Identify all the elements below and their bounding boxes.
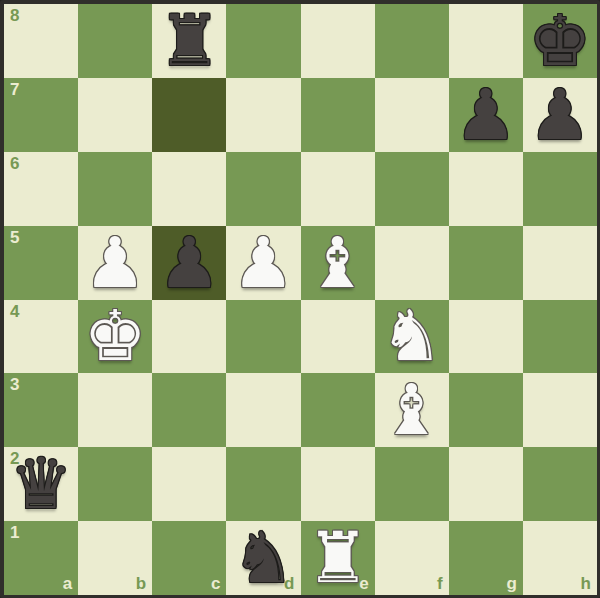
square-a3[interactable]: 3 <box>4 373 78 447</box>
square-d8[interactable] <box>226 4 300 78</box>
square-h1[interactable]: h <box>523 521 597 595</box>
square-g3[interactable] <box>449 373 523 447</box>
square-c1[interactable]: c <box>152 521 226 595</box>
file-label-b: b <box>136 575 146 592</box>
piece-black-pawn[interactable]: ♟ <box>152 226 226 300</box>
square-a8[interactable]: 8 <box>4 4 78 78</box>
file-label-f: f <box>437 575 443 592</box>
square-f8[interactable] <box>375 4 449 78</box>
piece-black-rook[interactable]: ♜ <box>152 4 226 78</box>
square-d4[interactable] <box>226 300 300 374</box>
square-g6[interactable] <box>449 152 523 226</box>
piece-white-bishop[interactable]: ♝ <box>301 226 375 300</box>
piece-white-pawn[interactable]: ♟ <box>78 226 152 300</box>
square-h4[interactable] <box>523 300 597 374</box>
rank-label-5: 5 <box>10 229 19 246</box>
square-f4[interactable]: ♞ <box>375 300 449 374</box>
square-f6[interactable] <box>375 152 449 226</box>
square-h5[interactable] <box>523 226 597 300</box>
rank-label-7: 7 <box>10 81 19 98</box>
square-c4[interactable] <box>152 300 226 374</box>
square-b4[interactable]: ♚ <box>78 300 152 374</box>
piece-white-king[interactable]: ♚ <box>78 300 152 374</box>
square-g1[interactable]: g <box>449 521 523 595</box>
square-b8[interactable] <box>78 4 152 78</box>
piece-black-pawn[interactable]: ♟ <box>449 78 523 152</box>
square-b6[interactable] <box>78 152 152 226</box>
square-f5[interactable] <box>375 226 449 300</box>
file-label-c: c <box>211 575 220 592</box>
file-label-h: h <box>581 575 591 592</box>
square-d3[interactable] <box>226 373 300 447</box>
square-d2[interactable] <box>226 447 300 521</box>
square-e8[interactable] <box>301 4 375 78</box>
square-b5[interactable]: ♟ <box>78 226 152 300</box>
square-a6[interactable]: 6 <box>4 152 78 226</box>
square-c6[interactable] <box>152 152 226 226</box>
square-a4[interactable]: 4 <box>4 300 78 374</box>
chess-board: 8♜♚7♟♟65♟♟♟♝4♚♞3♝2♛1abcd♞e♜fgh <box>4 4 597 595</box>
square-f1[interactable]: f <box>375 521 449 595</box>
square-c2[interactable] <box>152 447 226 521</box>
square-g7[interactable]: ♟ <box>449 78 523 152</box>
square-e2[interactable] <box>301 447 375 521</box>
square-c7[interactable] <box>152 78 226 152</box>
square-h2[interactable] <box>523 447 597 521</box>
square-e1[interactable]: e♜ <box>301 521 375 595</box>
chess-app-window: 8♜♚7♟♟65♟♟♟♝4♚♞3♝2♛1abcd♞e♜fgh <box>0 0 600 598</box>
square-h7[interactable]: ♟ <box>523 78 597 152</box>
square-a7[interactable]: 7 <box>4 78 78 152</box>
square-b2[interactable] <box>78 447 152 521</box>
square-d7[interactable] <box>226 78 300 152</box>
square-b3[interactable] <box>78 373 152 447</box>
rank-label-1: 1 <box>10 524 19 541</box>
square-a2[interactable]: 2♛ <box>4 447 78 521</box>
piece-white-bishop[interactable]: ♝ <box>375 373 449 447</box>
square-g4[interactable] <box>449 300 523 374</box>
rank-label-8: 8 <box>10 7 19 24</box>
rank-label-3: 3 <box>10 376 19 393</box>
square-h8[interactable]: ♚ <box>523 4 597 78</box>
square-g5[interactable] <box>449 226 523 300</box>
square-c8[interactable]: ♜ <box>152 4 226 78</box>
square-e7[interactable] <box>301 78 375 152</box>
square-e5[interactable]: ♝ <box>301 226 375 300</box>
piece-black-knight[interactable]: ♞ <box>226 521 300 595</box>
square-f7[interactable] <box>375 78 449 152</box>
square-d6[interactable] <box>226 152 300 226</box>
square-e4[interactable] <box>301 300 375 374</box>
rank-label-6: 6 <box>10 155 19 172</box>
square-e6[interactable] <box>301 152 375 226</box>
square-b1[interactable]: b <box>78 521 152 595</box>
square-e3[interactable] <box>301 373 375 447</box>
square-h6[interactable] <box>523 152 597 226</box>
square-g2[interactable] <box>449 447 523 521</box>
piece-black-king[interactable]: ♚ <box>523 4 597 78</box>
square-d1[interactable]: d♞ <box>226 521 300 595</box>
piece-black-queen[interactable]: ♛ <box>4 447 78 521</box>
square-b7[interactable] <box>78 78 152 152</box>
square-c5[interactable]: ♟ <box>152 226 226 300</box>
square-g8[interactable] <box>449 4 523 78</box>
file-label-a: a <box>63 575 72 592</box>
file-label-g: g <box>506 575 516 592</box>
rank-label-4: 4 <box>10 303 19 320</box>
piece-black-pawn[interactable]: ♟ <box>523 78 597 152</box>
piece-white-pawn[interactable]: ♟ <box>226 226 300 300</box>
square-c3[interactable] <box>152 373 226 447</box>
piece-white-knight[interactable]: ♞ <box>375 300 449 374</box>
piece-white-rook[interactable]: ♜ <box>301 521 375 595</box>
square-a1[interactable]: 1a <box>4 521 78 595</box>
square-f2[interactable] <box>375 447 449 521</box>
square-d5[interactable]: ♟ <box>226 226 300 300</box>
square-h3[interactable] <box>523 373 597 447</box>
square-f3[interactable]: ♝ <box>375 373 449 447</box>
square-a5[interactable]: 5 <box>4 226 78 300</box>
